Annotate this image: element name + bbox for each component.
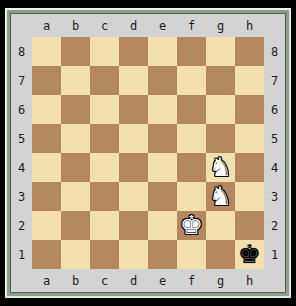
rank-label-left: 3 [11, 182, 32, 211]
square-g7[interactable] [206, 66, 235, 95]
black-king[interactable]: ♚ [238, 240, 261, 269]
square-f4[interactable] [177, 153, 206, 182]
square-c6[interactable] [90, 95, 119, 124]
square-c7[interactable] [90, 66, 119, 95]
square-a1[interactable] [32, 240, 61, 269]
square-c3[interactable] [90, 182, 119, 211]
square-g1[interactable] [206, 240, 235, 269]
rank-label-right: 5 [264, 124, 285, 153]
square-h7[interactable] [235, 66, 264, 95]
rank-label-left: 7 [11, 66, 32, 95]
rank-label-right: 7 [264, 66, 285, 95]
square-f5[interactable] [177, 124, 206, 153]
square-b3[interactable] [61, 182, 90, 211]
square-h4[interactable] [235, 153, 264, 182]
square-b8[interactable] [61, 37, 90, 66]
square-b7[interactable] [61, 66, 90, 95]
square-d5[interactable] [119, 124, 148, 153]
square-d7[interactable] [119, 66, 148, 95]
file-label-top: h [235, 14, 264, 37]
square-e3[interactable] [148, 182, 177, 211]
square-h2[interactable] [235, 211, 264, 240]
square-e6[interactable] [148, 95, 177, 124]
file-label-bottom: b [61, 269, 90, 292]
square-h8[interactable] [235, 37, 264, 66]
square-f6[interactable] [177, 95, 206, 124]
square-e1[interactable] [148, 240, 177, 269]
square-g5[interactable] [206, 124, 235, 153]
square-h1[interactable]: ♚ [235, 240, 264, 269]
square-b2[interactable] [61, 211, 90, 240]
white-knight[interactable]: ♞ [209, 182, 232, 211]
square-d2[interactable] [119, 211, 148, 240]
square-a3[interactable] [32, 182, 61, 211]
square-c8[interactable] [90, 37, 119, 66]
square-a4[interactable] [32, 153, 61, 182]
rank-label-left: 6 [11, 95, 32, 124]
board-margin-corner [264, 14, 285, 37]
file-label-top: f [177, 14, 206, 37]
white-knight[interactable]: ♞ [209, 153, 232, 182]
board-frame: abcdefgh887766554♞43♞32♚21♚1abcdefgh [5, 8, 291, 298]
square-d3[interactable] [119, 182, 148, 211]
file-label-bottom: h [235, 269, 264, 292]
rank-label-left: 8 [11, 37, 32, 66]
file-label-top: a [32, 14, 61, 37]
square-b6[interactable] [61, 95, 90, 124]
square-e7[interactable] [148, 66, 177, 95]
rank-label-left: 4 [11, 153, 32, 182]
file-label-top: g [206, 14, 235, 37]
file-label-bottom: c [90, 269, 119, 292]
rank-label-right: 2 [264, 211, 285, 240]
square-g3[interactable]: ♞ [206, 182, 235, 211]
rank-label-right: 4 [264, 153, 285, 182]
square-f7[interactable] [177, 66, 206, 95]
rank-label-right: 6 [264, 95, 285, 124]
square-e5[interactable] [148, 124, 177, 153]
file-label-top: d [119, 14, 148, 37]
square-e8[interactable] [148, 37, 177, 66]
square-h6[interactable] [235, 95, 264, 124]
square-d4[interactable] [119, 153, 148, 182]
square-c4[interactable] [90, 153, 119, 182]
rank-label-left: 1 [11, 240, 32, 269]
square-c5[interactable] [90, 124, 119, 153]
square-g4[interactable]: ♞ [206, 153, 235, 182]
file-label-bottom: f [177, 269, 206, 292]
chess-board: abcdefgh887766554♞43♞32♚21♚1abcdefgh [11, 14, 285, 292]
board-margin-corner [11, 14, 32, 37]
square-h5[interactable] [235, 124, 264, 153]
square-f3[interactable] [177, 182, 206, 211]
square-a2[interactable] [32, 211, 61, 240]
square-g8[interactable] [206, 37, 235, 66]
square-d1[interactable] [119, 240, 148, 269]
square-d8[interactable] [119, 37, 148, 66]
square-b4[interactable] [61, 153, 90, 182]
file-label-bottom: g [206, 269, 235, 292]
square-c2[interactable] [90, 211, 119, 240]
file-label-top: c [90, 14, 119, 37]
file-label-top: b [61, 14, 90, 37]
square-f8[interactable] [177, 37, 206, 66]
square-e4[interactable] [148, 153, 177, 182]
square-h3[interactable] [235, 182, 264, 211]
board-margin-corner [264, 269, 285, 292]
square-f1[interactable] [177, 240, 206, 269]
board-margin-corner [11, 269, 32, 292]
rank-label-right: 3 [264, 182, 285, 211]
square-a7[interactable] [32, 66, 61, 95]
square-b5[interactable] [61, 124, 90, 153]
rank-label-left: 5 [11, 124, 32, 153]
rank-label-left: 2 [11, 211, 32, 240]
file-label-bottom: d [119, 269, 148, 292]
rank-label-right: 8 [264, 37, 285, 66]
file-label-top: e [148, 14, 177, 37]
square-a6[interactable] [32, 95, 61, 124]
file-label-bottom: e [148, 269, 177, 292]
square-g2[interactable] [206, 211, 235, 240]
square-d6[interactable] [119, 95, 148, 124]
square-g6[interactable] [206, 95, 235, 124]
square-b1[interactable] [61, 240, 90, 269]
square-c1[interactable] [90, 240, 119, 269]
square-e2[interactable] [148, 211, 177, 240]
board-panel: abcdefgh887766554♞43♞32♚21♚1abcdefgh [10, 13, 286, 293]
white-king[interactable]: ♚ [180, 211, 203, 240]
square-a5[interactable] [32, 124, 61, 153]
square-a8[interactable] [32, 37, 61, 66]
square-f2[interactable]: ♚ [177, 211, 206, 240]
file-label-bottom: a [32, 269, 61, 292]
rank-label-right: 1 [264, 240, 285, 269]
